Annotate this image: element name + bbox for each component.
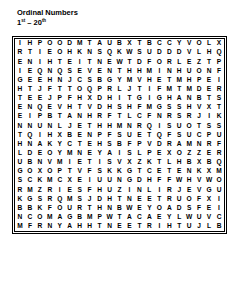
cell-r1c2[interactable]: H (25, 39, 35, 48)
cell-r3c6[interactable]: E (65, 57, 75, 66)
cell-r6c8[interactable]: Q (85, 85, 95, 94)
cell-r21c3[interactable]: R (35, 222, 45, 231)
cell-r14c7[interactable]: E (75, 158, 85, 167)
cell-r13c2[interactable]: D (25, 149, 35, 158)
cell-r5c2[interactable]: E (25, 76, 35, 85)
cell-r21c19[interactable]: J (194, 222, 204, 231)
cell-r20c13[interactable]: C (134, 213, 144, 222)
cell-r6c7[interactable]: O (75, 85, 85, 94)
cell-r12c10[interactable]: S (105, 140, 115, 149)
cell-r11c18[interactable]: U (184, 130, 194, 139)
cell-r19c3[interactable]: K (35, 204, 45, 213)
cell-r4c8[interactable]: V (85, 66, 95, 75)
cell-r8c11[interactable]: S (115, 103, 125, 112)
cell-r15c12[interactable]: G (124, 167, 134, 176)
cell-r2c15[interactable]: D (154, 48, 164, 57)
cell-r2c20[interactable]: H (204, 48, 214, 57)
cell-r7c20[interactable]: T (204, 94, 214, 103)
cell-r5c13[interactable]: V (134, 76, 144, 85)
cell-r19c2[interactable]: B (25, 204, 35, 213)
cell-r12c2[interactable]: N (25, 140, 35, 149)
cell-r14c9[interactable]: I (95, 158, 105, 167)
cell-r7c7[interactable]: H (75, 94, 85, 103)
cell-r8c8[interactable]: V (85, 103, 95, 112)
cell-r12c8[interactable]: E (85, 140, 95, 149)
cell-r20c17[interactable]: L (174, 213, 184, 222)
cell-r17c9[interactable]: H (95, 185, 105, 194)
cell-r17c6[interactable]: E (65, 185, 75, 194)
cell-r17c2[interactable]: M (25, 185, 35, 194)
cell-r2c8[interactable]: N (85, 48, 95, 57)
cell-r12c4[interactable]: K (45, 140, 55, 149)
cell-r9c5[interactable]: T (55, 112, 65, 121)
cell-r5c20[interactable]: E (204, 76, 214, 85)
cell-r1c11[interactable]: B (115, 39, 125, 48)
cell-r20c4[interactable]: M (45, 213, 55, 222)
cell-r12c19[interactable]: N (194, 140, 204, 149)
cell-r5c16[interactable]: T (164, 76, 174, 85)
cell-r17c1[interactable]: R (15, 185, 25, 194)
cell-r4c17[interactable]: H (174, 66, 184, 75)
cell-r20c21[interactable]: C (214, 213, 224, 222)
cell-r1c8[interactable]: T (85, 39, 95, 48)
cell-r20c20[interactable]: V (204, 213, 214, 222)
cell-r19c6[interactable]: U (65, 204, 75, 213)
cell-r9c15[interactable]: N (154, 112, 164, 121)
cell-r18c5[interactable]: Q (55, 194, 65, 203)
cell-r21c7[interactable]: H (75, 222, 85, 231)
cell-r7c2[interactable]: E (25, 94, 35, 103)
cell-r20c1[interactable]: N (15, 213, 25, 222)
cell-r11c17[interactable]: S (174, 130, 184, 139)
cell-r4c15[interactable]: I (154, 66, 164, 75)
cell-r6c12[interactable]: J (124, 85, 134, 94)
cell-r8c6[interactable]: H (65, 103, 75, 112)
cell-r15c10[interactable]: K (105, 167, 115, 176)
cell-r21c4[interactable]: N (45, 222, 55, 231)
cell-r15c19[interactable]: K (194, 167, 204, 176)
cell-r6c2[interactable]: T (25, 85, 35, 94)
cell-r9c20[interactable]: I (204, 112, 214, 121)
cell-r16c5[interactable]: C (55, 176, 65, 185)
cell-r5c3[interactable]: E (35, 76, 45, 85)
cell-r16c4[interactable]: M (45, 176, 55, 185)
cell-r8c5[interactable]: V (55, 103, 65, 112)
cell-r12c9[interactable]: H (95, 140, 105, 149)
cell-r3c12[interactable]: T (124, 57, 134, 66)
cell-r21c20[interactable]: L (204, 222, 214, 231)
cell-r19c10[interactable]: N (105, 204, 115, 213)
cell-r18c2[interactable]: G (25, 194, 35, 203)
cell-r15c13[interactable]: T (134, 167, 144, 176)
cell-r5c21[interactable]: I (214, 76, 224, 85)
cell-r10c14[interactable]: Q (144, 121, 154, 130)
cell-r4c1[interactable]: I (15, 66, 25, 75)
cell-r16c21[interactable]: O (214, 176, 224, 185)
cell-r3c2[interactable]: N (25, 57, 35, 66)
cell-r6c14[interactable]: I (144, 85, 154, 94)
cell-r10c6[interactable]: J (65, 121, 75, 130)
cell-r3c3[interactable]: I (35, 57, 45, 66)
cell-r16c1[interactable]: S (15, 176, 25, 185)
cell-r9c19[interactable]: J (194, 112, 204, 121)
cell-r14c2[interactable]: B (25, 158, 35, 167)
cell-r8c19[interactable]: V (194, 103, 204, 112)
cell-r16c3[interactable]: K (35, 176, 45, 185)
cell-r3c15[interactable]: O (154, 57, 164, 66)
cell-r4c10[interactable]: N (105, 66, 115, 75)
cell-r14c11[interactable]: V (115, 158, 125, 167)
cell-r14c5[interactable]: M (55, 158, 65, 167)
cell-r10c1[interactable]: N (15, 121, 25, 130)
cell-r13c14[interactable]: P (144, 149, 154, 158)
cell-r16c18[interactable]: H (184, 176, 194, 185)
cell-r10c12[interactable]: N (124, 121, 134, 130)
cell-r7c17[interactable]: A (174, 94, 184, 103)
cell-r3c19[interactable]: Z (194, 57, 204, 66)
cell-r17c12[interactable]: I (124, 185, 134, 194)
cell-r10c18[interactable]: O (184, 121, 194, 130)
cell-r15c20[interactable]: X (204, 167, 214, 176)
cell-r6c10[interactable]: R (105, 85, 115, 94)
cell-r10c19[interactable]: T (194, 121, 204, 130)
cell-r20c10[interactable]: W (105, 213, 115, 222)
cell-r12c20[interactable]: R (204, 140, 214, 149)
cell-r14c3[interactable]: N (35, 158, 45, 167)
cell-r18c12[interactable]: N (124, 194, 134, 203)
cell-r20c15[interactable]: E (154, 213, 164, 222)
cell-r16c15[interactable]: F (154, 176, 164, 185)
cell-r17c17[interactable]: J (174, 185, 184, 194)
cell-r2c21[interactable]: Q (214, 48, 224, 57)
cell-r13c20[interactable]: E (204, 149, 214, 158)
cell-r5c6[interactable]: J (65, 76, 75, 85)
cell-r17c8[interactable]: F (85, 185, 95, 194)
cell-r3c8[interactable]: T (85, 57, 95, 66)
cell-r9c18[interactable]: R (184, 112, 194, 121)
cell-r20c16[interactable]: Y (164, 213, 174, 222)
cell-r14c17[interactable]: H (174, 158, 184, 167)
cell-r12c15[interactable]: D (154, 140, 164, 149)
cell-r16c19[interactable]: V (194, 176, 204, 185)
cell-r9c12[interactable]: L (124, 112, 134, 121)
cell-r7c12[interactable]: T (124, 94, 134, 103)
cell-r3c11[interactable]: W (115, 57, 125, 66)
cell-r3c7[interactable]: I (75, 57, 85, 66)
cell-r18c1[interactable]: K (15, 194, 25, 203)
cell-r1c6[interactable]: D (65, 39, 75, 48)
cell-r8c4[interactable]: E (45, 103, 55, 112)
cell-r17c19[interactable]: V (194, 185, 204, 194)
cell-r2c2[interactable]: T (25, 48, 35, 57)
cell-r1c18[interactable]: V (184, 39, 194, 48)
cell-r19c21[interactable]: I (214, 204, 224, 213)
cell-r16c7[interactable]: E (75, 176, 85, 185)
cell-r5c11[interactable]: Y (115, 76, 125, 85)
cell-r15c18[interactable]: N (184, 167, 194, 176)
cell-r13c7[interactable]: N (75, 149, 85, 158)
cell-r20c9[interactable]: P (95, 213, 105, 222)
cell-r13c12[interactable]: S (124, 149, 134, 158)
cell-r8c13[interactable]: F (134, 103, 144, 112)
cell-r2c16[interactable]: D (164, 48, 174, 57)
cell-r18c7[interactable]: S (75, 194, 85, 203)
cell-r9c8[interactable]: H (85, 112, 95, 121)
cell-r6c21[interactable]: R (214, 85, 224, 94)
cell-r9c2[interactable]: I (25, 112, 35, 121)
cell-r5c4[interactable]: H (45, 76, 55, 85)
cell-r10c10[interactable]: H (105, 121, 115, 130)
cell-r10c11[interactable]: M (115, 121, 125, 130)
cell-r7c6[interactable]: F (65, 94, 75, 103)
cell-r9c4[interactable]: B (45, 112, 55, 121)
cell-r11c1[interactable]: T (15, 130, 25, 139)
cell-r9c21[interactable]: K (214, 112, 224, 121)
cell-r11c9[interactable]: P (95, 130, 105, 139)
cell-r10c7[interactable]: E (75, 121, 85, 130)
cell-r16c20[interactable]: W (204, 176, 214, 185)
cell-r20c6[interactable]: G (65, 213, 75, 222)
cell-r21c21[interactable]: B (214, 222, 224, 231)
cell-r18c16[interactable]: R (164, 194, 174, 203)
cell-r13c17[interactable]: O (174, 149, 184, 158)
cell-r20c12[interactable]: A (124, 213, 134, 222)
cell-r5c15[interactable]: E (154, 76, 164, 85)
cell-r7c16[interactable]: H (164, 94, 174, 103)
cell-r17c16[interactable]: R (164, 185, 174, 194)
cell-r21c13[interactable]: T (134, 222, 144, 231)
cell-r5c1[interactable]: G (15, 76, 25, 85)
cell-r2c18[interactable]: V (184, 48, 194, 57)
cell-r21c16[interactable]: H (164, 222, 174, 231)
cell-r2c14[interactable]: U (144, 48, 154, 57)
cell-r10c20[interactable]: S (204, 121, 214, 130)
cell-r14c8[interactable]: T (85, 158, 95, 167)
cell-r19c9[interactable]: H (95, 204, 105, 213)
cell-r18c11[interactable]: T (115, 194, 125, 203)
cell-r13c6[interactable]: M (65, 149, 75, 158)
cell-r3c17[interactable]: L (174, 57, 184, 66)
cell-r9c11[interactable]: T (115, 112, 125, 121)
cell-r11c4[interactable]: H (45, 130, 55, 139)
cell-r2c6[interactable]: H (65, 48, 75, 57)
cell-r9c10[interactable]: F (105, 112, 115, 121)
cell-r6c18[interactable]: M (184, 85, 194, 94)
cell-r21c10[interactable]: N (105, 222, 115, 231)
cell-r18c4[interactable]: R (45, 194, 55, 203)
cell-r16c9[interactable]: U (95, 176, 105, 185)
cell-r13c3[interactable]: E (35, 149, 45, 158)
cell-r19c16[interactable]: A (164, 204, 174, 213)
cell-r13c18[interactable]: Z (184, 149, 194, 158)
cell-r9c17[interactable]: S (174, 112, 184, 121)
cell-r14c15[interactable]: T (154, 158, 164, 167)
cell-r19c1[interactable]: B (15, 204, 25, 213)
cell-r19c11[interactable]: B (115, 204, 125, 213)
cell-r2c10[interactable]: Q (105, 48, 115, 57)
cell-r14c20[interactable]: B (204, 158, 214, 167)
cell-r7c18[interactable]: N (184, 94, 194, 103)
cell-r5c12[interactable]: M (124, 76, 134, 85)
cell-r11c11[interactable]: S (115, 130, 125, 139)
cell-r18c9[interactable]: D (95, 194, 105, 203)
cell-r15c1[interactable]: G (15, 167, 25, 176)
cell-r6c15[interactable]: F (154, 85, 164, 94)
cell-r8c21[interactable]: T (214, 103, 224, 112)
cell-r16c12[interactable]: G (124, 176, 134, 185)
cell-r7c1[interactable]: T (15, 94, 25, 103)
cell-r11c12[interactable]: U (124, 130, 134, 139)
cell-r10c4[interactable]: N (45, 121, 55, 130)
cell-r8c20[interactable]: X (204, 103, 214, 112)
cell-r15c16[interactable]: T (164, 167, 174, 176)
cell-r7c5[interactable]: P (55, 94, 65, 103)
cell-r2c13[interactable]: S (134, 48, 144, 57)
cell-r10c21[interactable]: S (214, 121, 224, 130)
cell-r7c9[interactable]: D (95, 94, 105, 103)
cell-r14c14[interactable]: K (144, 158, 154, 167)
cell-r2c4[interactable]: E (45, 48, 55, 57)
cell-r3c14[interactable]: F (144, 57, 154, 66)
cell-r10c17[interactable]: U (174, 121, 184, 130)
cell-r4c9[interactable]: E (95, 66, 105, 75)
cell-r21c5[interactable]: Y (55, 222, 65, 231)
cell-r15c14[interactable]: C (144, 167, 154, 176)
cell-r9c14[interactable]: F (144, 112, 154, 121)
cell-r17c5[interactable]: I (55, 185, 65, 194)
cell-r6c11[interactable]: L (115, 85, 125, 94)
cell-r17c4[interactable]: R (45, 185, 55, 194)
cell-r15c4[interactable]: O (45, 167, 55, 176)
cell-r21c6[interactable]: A (65, 222, 75, 231)
cell-r11c21[interactable]: U (214, 130, 224, 139)
cell-r15c2[interactable]: O (25, 167, 35, 176)
cell-r21c14[interactable]: R (144, 222, 154, 231)
cell-r3c16[interactable]: R (164, 57, 174, 66)
cell-r10c5[interactable]: L (55, 121, 65, 130)
cell-r7c4[interactable]: J (45, 94, 55, 103)
cell-r4c18[interactable]: U (184, 66, 194, 75)
cell-r1c9[interactable]: A (95, 39, 105, 48)
cell-r8c14[interactable]: M (144, 103, 154, 112)
cell-r10c9[interactable]: H (95, 121, 105, 130)
cell-r7c19[interactable]: B (194, 94, 204, 103)
cell-r11c20[interactable]: P (204, 130, 214, 139)
cell-r19c5[interactable]: O (55, 204, 65, 213)
cell-r12c5[interactable]: Y (55, 140, 65, 149)
cell-r8c9[interactable]: D (95, 103, 105, 112)
cell-r15c6[interactable]: T (65, 167, 75, 176)
cell-r13c13[interactable]: L (134, 149, 144, 158)
cell-r1c13[interactable]: T (134, 39, 144, 48)
cell-r21c18[interactable]: U (184, 222, 194, 231)
cell-r1c14[interactable]: B (144, 39, 154, 48)
cell-r15c7[interactable]: V (75, 167, 85, 176)
cell-r15c3[interactable]: X (35, 167, 45, 176)
cell-r6c20[interactable]: E (204, 85, 214, 94)
cell-r10c13[interactable]: R (134, 121, 144, 130)
cell-r6c4[interactable]: F (45, 85, 55, 94)
cell-r21c12[interactable]: E (124, 222, 134, 231)
cell-r2c17[interactable]: D (174, 48, 184, 57)
cell-r17c13[interactable]: N (134, 185, 144, 194)
cell-r17c14[interactable]: L (144, 185, 154, 194)
cell-r4c11[interactable]: T (115, 66, 125, 75)
cell-r1c15[interactable]: C (154, 39, 164, 48)
cell-r16c16[interactable]: F (164, 176, 174, 185)
cell-r7c13[interactable]: G (134, 94, 144, 103)
cell-r7c3[interactable]: E (35, 94, 45, 103)
cell-r19c14[interactable]: Y (144, 204, 154, 213)
cell-r1c19[interactable]: O (194, 39, 204, 48)
cell-r11c15[interactable]: Q (154, 130, 164, 139)
cell-r16c17[interactable]: W (174, 176, 184, 185)
cell-r14c21[interactable]: Q (214, 158, 224, 167)
cell-r12c14[interactable]: V (144, 140, 154, 149)
cell-r17c15[interactable]: I (154, 185, 164, 194)
cell-r10c2[interactable]: N (25, 121, 35, 130)
cell-r20c3[interactable]: O (35, 213, 45, 222)
cell-r14c10[interactable]: S (105, 158, 115, 167)
cell-r15c8[interactable]: F (85, 167, 95, 176)
cell-r3c13[interactable]: D (134, 57, 144, 66)
cell-r11c19[interactable]: C (194, 130, 204, 139)
cell-r18c20[interactable]: X (204, 194, 214, 203)
cell-r17c20[interactable]: G (204, 185, 214, 194)
cell-r19c4[interactable]: F (45, 204, 55, 213)
cell-r19c18[interactable]: S (184, 204, 194, 213)
cell-r3c1[interactable]: E (15, 57, 25, 66)
cell-r11c13[interactable]: E (134, 130, 144, 139)
cell-r2c12[interactable]: W (124, 48, 134, 57)
cell-r9c6[interactable]: A (65, 112, 75, 121)
cell-r11c6[interactable]: B (65, 130, 75, 139)
cell-r12c6[interactable]: C (65, 140, 75, 149)
cell-r21c8[interactable]: H (85, 222, 95, 231)
cell-r14c1[interactable]: U (15, 158, 25, 167)
cell-r14c4[interactable]: V (45, 158, 55, 167)
cell-r21c9[interactable]: T (95, 222, 105, 231)
cell-r11c2[interactable]: Q (25, 130, 35, 139)
cell-r1c10[interactable]: U (105, 39, 115, 48)
cell-r11c7[interactable]: E (75, 130, 85, 139)
cell-r8c18[interactable]: H (184, 103, 194, 112)
cell-r4c6[interactable]: S (65, 66, 75, 75)
cell-r13c15[interactable]: E (154, 149, 164, 158)
cell-r12c17[interactable]: A (174, 140, 184, 149)
cell-r15c15[interactable]: E (154, 167, 164, 176)
cell-r16c8[interactable]: I (85, 176, 95, 185)
cell-r21c17[interactable]: T (174, 222, 184, 231)
cell-r6c19[interactable]: D (194, 85, 204, 94)
cell-r18c15[interactable]: T (154, 194, 164, 203)
cell-r17c7[interactable]: S (75, 185, 85, 194)
cell-r8c10[interactable]: H (105, 103, 115, 112)
cell-r3c4[interactable]: H (45, 57, 55, 66)
cell-r3c20[interactable]: T (204, 57, 214, 66)
cell-r1c4[interactable]: O (45, 39, 55, 48)
cell-r6c3[interactable]: J (35, 85, 45, 94)
cell-r1c12[interactable]: X (124, 39, 134, 48)
cell-r16c11[interactable]: N (115, 176, 125, 185)
cell-r1c3[interactable]: P (35, 39, 45, 48)
cell-r2c1[interactable]: R (15, 48, 25, 57)
cell-r13c9[interactable]: Y (95, 149, 105, 158)
cell-r4c5[interactable]: Q (55, 66, 65, 75)
cell-r12c3[interactable]: A (35, 140, 45, 149)
cell-r11c16[interactable]: F (164, 130, 174, 139)
cell-r20c18[interactable]: W (184, 213, 194, 222)
